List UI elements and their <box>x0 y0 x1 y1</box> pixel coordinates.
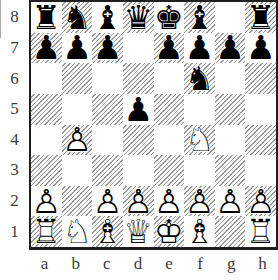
square-e5 <box>154 94 185 125</box>
piece-glyph: ♛ <box>123 2 154 33</box>
black-pawn-h7: ♟♟ <box>245 33 276 64</box>
square-c7: ♟♟ <box>92 33 123 64</box>
square-f1: ♝♗ <box>184 216 215 247</box>
white-bishop-f1: ♝♗ <box>184 216 215 247</box>
rank-label-1: 1 <box>0 216 29 247</box>
piece-glyph: ♟ <box>62 33 93 64</box>
piece-glyph: ♘ <box>62 216 93 247</box>
square-b7: ♟♟ <box>62 33 93 64</box>
rank-labels: 87654321 <box>0 2 29 247</box>
file-label-a: a <box>29 250 60 280</box>
square-d5: ♟♟ <box>123 94 154 125</box>
file-label-b: b <box>60 250 91 280</box>
black-queen-d8: ♛♛ <box>123 2 154 33</box>
white-queen-d1: ♛♕ <box>123 216 154 247</box>
piece-glyph: ♞ <box>184 63 215 94</box>
square-b4: ♟♙ <box>62 125 93 156</box>
black-pawn-d5: ♟♟ <box>123 94 154 125</box>
white-bishop-c1: ♝♗ <box>92 216 123 247</box>
white-rook-a1: ♜♖ <box>31 216 62 247</box>
black-pawn-a7: ♟♟ <box>31 33 62 64</box>
rank-label-7: 7 <box>0 33 29 64</box>
black-pawn-b7: ♟♟ <box>62 33 93 64</box>
square-c5 <box>92 94 123 125</box>
square-a6 <box>31 63 62 94</box>
square-g4 <box>215 125 246 156</box>
square-c4 <box>92 125 123 156</box>
square-d1: ♛♕ <box>123 216 154 247</box>
file-label-g: g <box>216 250 247 280</box>
square-g1 <box>215 216 246 247</box>
square-e4 <box>154 125 185 156</box>
black-pawn-e7: ♟♟ <box>154 33 185 64</box>
file-label-e: e <box>154 250 185 280</box>
piece-glyph: ♘ <box>184 125 215 156</box>
square-a5 <box>31 94 62 125</box>
black-pawn-c7: ♟♟ <box>92 33 123 64</box>
white-rook-h1: ♜♖ <box>245 216 276 247</box>
square-g5 <box>215 94 246 125</box>
square-e6 <box>154 63 185 94</box>
rank-label-2: 2 <box>0 186 29 217</box>
square-b1: ♞♘ <box>62 216 93 247</box>
white-knight-f4: ♞♘ <box>184 125 215 156</box>
white-pawn-b4: ♟♙ <box>62 125 93 156</box>
piece-glyph: ♟ <box>31 33 62 64</box>
rank-label-6: 6 <box>0 63 29 94</box>
file-label-h: h <box>247 250 278 280</box>
square-d7 <box>123 33 154 64</box>
square-e7: ♟♟ <box>154 33 185 64</box>
square-b6 <box>62 63 93 94</box>
board: ♜♜♞♞♝♝♛♛♚♚♝♝♜♜♟♟♟♟♟♟♟♟♟♟♟♟♟♟♞♞♟♟♟♙♞♘♟♙♟♙… <box>29 0 278 250</box>
square-h1: ♜♖ <box>245 216 276 247</box>
file-labels: abcdefgh <box>29 250 278 280</box>
black-knight-f6: ♞♞ <box>184 63 215 94</box>
piece-glyph: ♗ <box>184 216 215 247</box>
file-label-c: c <box>91 250 122 280</box>
square-g2: ♟♙ <box>215 186 246 217</box>
piece-glyph: ♙ <box>215 186 246 217</box>
square-c1: ♝♗ <box>92 216 123 247</box>
square-e1: ♚♔ <box>154 216 185 247</box>
square-d8: ♛♛ <box>123 2 154 33</box>
square-a7: ♟♟ <box>31 33 62 64</box>
square-g6 <box>215 63 246 94</box>
square-f4: ♞♘ <box>184 125 215 156</box>
rank-label-5: 5 <box>0 94 29 125</box>
piece-glyph: ♕ <box>123 216 154 247</box>
piece-glyph: ♟ <box>245 33 276 64</box>
file-label-d: d <box>122 250 153 280</box>
piece-glyph: ♗ <box>92 216 123 247</box>
square-h7: ♟♟ <box>245 33 276 64</box>
piece-glyph: ♟ <box>92 33 123 64</box>
piece-glyph: ♖ <box>31 216 62 247</box>
white-knight-b1: ♞♘ <box>62 216 93 247</box>
square-g7: ♟♟ <box>215 33 246 64</box>
white-pawn-g2: ♟♙ <box>215 186 246 217</box>
square-c6 <box>92 63 123 94</box>
square-f6: ♞♞ <box>184 63 215 94</box>
square-h4 <box>245 125 276 156</box>
white-king-e1: ♚♔ <box>154 216 185 247</box>
rank-label-8: 8 <box>0 2 29 33</box>
piece-glyph: ♙ <box>62 125 93 156</box>
square-h5 <box>245 94 276 125</box>
square-a1: ♜♖ <box>31 216 62 247</box>
piece-glyph: ♟ <box>154 33 185 64</box>
square-b3 <box>62 155 93 186</box>
piece-glyph: ♟ <box>123 94 154 125</box>
piece-glyph: ♔ <box>154 216 185 247</box>
chess-diagram: 87654321 ♜♜♞♞♝♝♛♛♚♚♝♝♜♜♟♟♟♟♟♟♟♟♟♟♟♟♟♟♞♞♟… <box>0 0 278 280</box>
file-label-f: f <box>185 250 216 280</box>
rank-label-4: 4 <box>0 125 29 156</box>
square-h6 <box>245 63 276 94</box>
piece-glyph: ♟ <box>215 33 246 64</box>
rank-label-3: 3 <box>0 155 29 186</box>
square-a4 <box>31 125 62 156</box>
square-d4 <box>123 125 154 156</box>
piece-glyph: ♖ <box>245 216 276 247</box>
black-pawn-g7: ♟♟ <box>215 33 246 64</box>
